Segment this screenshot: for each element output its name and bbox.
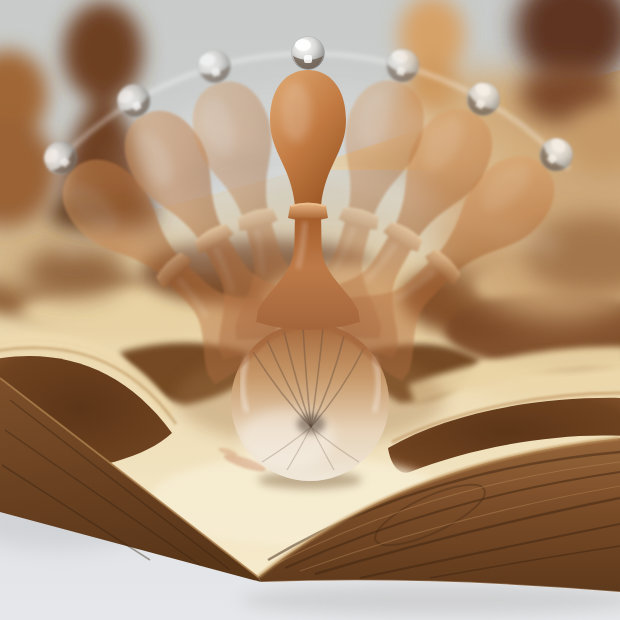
scene <box>0 0 620 620</box>
wobble-chess-photo <box>0 0 620 620</box>
focal-piece <box>292 37 325 70</box>
